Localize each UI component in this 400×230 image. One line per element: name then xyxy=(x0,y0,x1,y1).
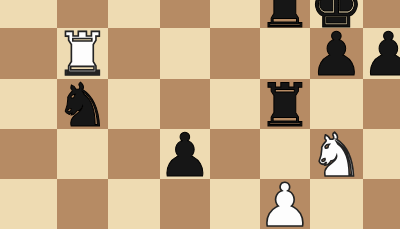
black-pawn-d5[interactable]: ♟ xyxy=(160,129,210,180)
square-c6[interactable] xyxy=(108,79,160,129)
square-c4[interactable] xyxy=(108,179,160,229)
square-a5[interactable] xyxy=(0,129,57,179)
square-e8[interactable] xyxy=(210,0,260,28)
square-b4[interactable] xyxy=(57,179,108,229)
square-e7[interactable] xyxy=(210,28,260,79)
black-pawn-g7[interactable]: ♟ xyxy=(310,28,363,79)
square-d8[interactable] xyxy=(160,0,210,28)
square-c7[interactable] xyxy=(108,28,160,79)
white-knight-icon: ♞ xyxy=(310,125,364,185)
black-rook-f8[interactable]: ♜ xyxy=(260,0,310,31)
black-pawn-icon: ♟ xyxy=(310,24,364,84)
white-pawn-icon: ♟ xyxy=(258,175,312,230)
square-a4[interactable] xyxy=(0,179,57,229)
square-a6[interactable] xyxy=(0,79,57,129)
square-c5[interactable] xyxy=(108,129,160,179)
square-a7[interactable] xyxy=(0,28,57,79)
chess-board[interactable]: ♜♚♜♟♟♞♜♟♞♟ xyxy=(0,0,400,229)
square-h5[interactable] xyxy=(363,129,400,179)
square-d7[interactable] xyxy=(160,28,210,79)
square-c8[interactable] xyxy=(108,0,160,28)
black-pawn-icon: ♟ xyxy=(158,125,212,185)
black-knight-b6[interactable]: ♞ xyxy=(57,79,108,130)
black-knight-icon: ♞ xyxy=(56,75,110,135)
black-pawn-icon: ♟ xyxy=(362,24,400,84)
black-rook-icon: ♜ xyxy=(258,75,312,135)
black-rook-icon: ♜ xyxy=(258,0,312,36)
square-a8[interactable] xyxy=(0,0,57,28)
square-h4[interactable] xyxy=(363,179,400,229)
white-pawn-f4[interactable]: ♟ xyxy=(260,179,310,229)
black-pawn-h7[interactable]: ♟ xyxy=(363,28,400,79)
square-e4[interactable] xyxy=(210,179,260,229)
square-e5[interactable] xyxy=(210,129,260,179)
black-rook-f6[interactable]: ♜ xyxy=(260,79,310,130)
square-e6[interactable] xyxy=(210,79,260,129)
white-knight-g5[interactable]: ♞ xyxy=(310,129,363,180)
